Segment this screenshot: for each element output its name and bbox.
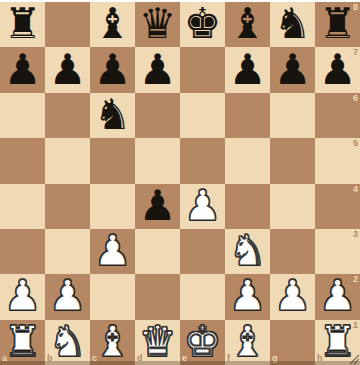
square-e5[interactable] [180, 138, 225, 183]
square-g5[interactable] [270, 138, 315, 183]
rank-label-6: 6 [353, 94, 358, 103]
square-c7[interactable]: ♟ [90, 47, 135, 92]
black-pawn[interactable]: ♟ [139, 47, 177, 92]
black-pawn[interactable]: ♟ [274, 47, 312, 92]
black-rook[interactable]: ♜ [319, 1, 357, 46]
square-b7[interactable]: ♟ [45, 47, 90, 92]
square-h4[interactable]: 4 [315, 184, 360, 229]
square-c6[interactable]: ♞ [90, 93, 135, 138]
black-knight[interactable]: ♞ [274, 1, 312, 46]
square-e7[interactable] [180, 47, 225, 92]
square-a2[interactable]: ♟ [0, 274, 45, 319]
black-pawn[interactable]: ♟ [49, 47, 87, 92]
square-g2[interactable]: ♟ [270, 274, 315, 319]
white-pawn[interactable]: ♟ [229, 273, 267, 318]
square-e3[interactable] [180, 229, 225, 274]
square-a5[interactable] [0, 138, 45, 183]
square-h8[interactable]: ♜8 [315, 2, 360, 47]
square-e6[interactable] [180, 93, 225, 138]
white-pawn[interactable]: ♟ [94, 228, 132, 273]
square-e4[interactable]: ♟ [180, 184, 225, 229]
white-pawn[interactable]: ♟ [49, 273, 87, 318]
white-rook[interactable]: ♜ [4, 319, 42, 364]
white-pawn[interactable]: ♟ [274, 273, 312, 318]
square-e8[interactable]: ♚ [180, 2, 225, 47]
square-d6[interactable] [135, 93, 180, 138]
square-f8[interactable]: ♝ [225, 2, 270, 47]
square-b8[interactable] [45, 2, 90, 47]
square-f3[interactable]: ♞ [225, 229, 270, 274]
black-bishop[interactable]: ♝ [229, 1, 267, 46]
square-h2[interactable]: ♟2 [315, 274, 360, 319]
square-b5[interactable] [45, 138, 90, 183]
square-e1[interactable]: ♚e [180, 320, 225, 365]
square-c1[interactable]: ♝c [90, 320, 135, 365]
white-pawn[interactable]: ♟ [319, 273, 357, 318]
black-rook[interactable]: ♜ [4, 1, 42, 46]
square-f7[interactable]: ♟ [225, 47, 270, 92]
white-bishop[interactable]: ♝ [229, 319, 267, 364]
square-a1[interactable]: ♜a [0, 320, 45, 365]
board-resize-handle[interactable] [348, 353, 360, 365]
square-d7[interactable]: ♟ [135, 47, 180, 92]
square-f4[interactable] [225, 184, 270, 229]
square-f1[interactable]: ♝f [225, 320, 270, 365]
square-b3[interactable] [45, 229, 90, 274]
square-h3[interactable]: 3 [315, 229, 360, 274]
square-d2[interactable] [135, 274, 180, 319]
square-c4[interactable] [90, 184, 135, 229]
square-c2[interactable] [90, 274, 135, 319]
rank-label-5: 5 [353, 139, 358, 148]
square-a6[interactable] [0, 93, 45, 138]
square-g1[interactable]: g [270, 320, 315, 365]
file-label-g: g [272, 354, 278, 363]
square-h7[interactable]: ♟7 [315, 47, 360, 92]
black-knight[interactable]: ♞ [94, 92, 132, 137]
square-a8[interactable]: ♜ [0, 2, 45, 47]
square-b6[interactable] [45, 93, 90, 138]
white-pawn[interactable]: ♟ [4, 273, 42, 318]
square-g4[interactable] [270, 184, 315, 229]
square-d4[interactable]: ♟ [135, 184, 180, 229]
black-king[interactable]: ♚ [184, 1, 222, 46]
white-knight[interactable]: ♞ [229, 228, 267, 273]
black-pawn[interactable]: ♟ [319, 47, 357, 92]
black-queen[interactable]: ♛ [139, 1, 177, 46]
square-c3[interactable]: ♟ [90, 229, 135, 274]
square-d8[interactable]: ♛ [135, 2, 180, 47]
square-g6[interactable] [270, 93, 315, 138]
square-b4[interactable] [45, 184, 90, 229]
rank-label-3: 3 [353, 230, 358, 239]
white-king[interactable]: ♚ [184, 319, 222, 364]
square-d3[interactable] [135, 229, 180, 274]
square-g3[interactable] [270, 229, 315, 274]
white-queen[interactable]: ♛ [139, 319, 177, 364]
square-a3[interactable] [0, 229, 45, 274]
square-a4[interactable] [0, 184, 45, 229]
square-a7[interactable]: ♟ [0, 47, 45, 92]
white-bishop[interactable]: ♝ [94, 319, 132, 364]
square-d5[interactable] [135, 138, 180, 183]
black-pawn[interactable]: ♟ [4, 47, 42, 92]
square-h5[interactable]: 5 [315, 138, 360, 183]
black-pawn[interactable]: ♟ [139, 183, 177, 228]
square-f6[interactable] [225, 93, 270, 138]
chess-board[interactable]: ♜♝♛♚♝♞♜8♟♟♟♟♟♟♟7♞65♟♟4♟♞3♟♟♟♟♟2♜a♞b♝c♛d♚… [0, 2, 360, 365]
white-pawn[interactable]: ♟ [184, 183, 222, 228]
square-g8[interactable]: ♞ [270, 2, 315, 47]
page: ♜♝♛♚♝♞♜8♟♟♟♟♟♟♟7♞65♟♟4♟♞3♟♟♟♟♟2♜a♞b♝c♛d♚… [0, 2, 360, 365]
square-f5[interactable] [225, 138, 270, 183]
square-g7[interactable]: ♟ [270, 47, 315, 92]
square-d1[interactable]: ♛d [135, 320, 180, 365]
square-b1[interactable]: ♞b [45, 320, 90, 365]
white-knight[interactable]: ♞ [49, 319, 87, 364]
square-b2[interactable]: ♟ [45, 274, 90, 319]
square-c5[interactable] [90, 138, 135, 183]
square-h6[interactable]: 6 [315, 93, 360, 138]
black-bishop[interactable]: ♝ [94, 1, 132, 46]
square-f2[interactable]: ♟ [225, 274, 270, 319]
square-e2[interactable] [180, 274, 225, 319]
square-c8[interactable]: ♝ [90, 2, 135, 47]
black-pawn[interactable]: ♟ [229, 47, 267, 92]
black-pawn[interactable]: ♟ [94, 47, 132, 92]
rank-label-4: 4 [353, 185, 358, 194]
